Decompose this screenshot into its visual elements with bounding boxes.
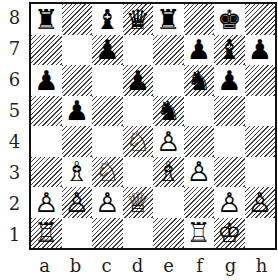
square-b4[interactable] (62, 126, 93, 157)
square-d2[interactable]: ♕ (123, 187, 154, 218)
piece-black-pawn: ♟ (187, 36, 211, 63)
piece-white-pawn: ♙ (217, 189, 241, 216)
square-a8[interactable]: ♜ (31, 4, 62, 35)
rank-label-8: 8 (0, 2, 29, 33)
square-h6[interactable] (245, 65, 276, 96)
square-a1[interactable]: ♖ (31, 218, 62, 249)
square-f1[interactable]: ♖ (184, 218, 215, 249)
file-label-a: a (29, 252, 60, 278)
square-f7[interactable]: ♟ (184, 35, 215, 66)
square-g2[interactable]: ♙ (214, 187, 245, 218)
piece-black-knight: ♞ (156, 97, 180, 124)
square-a7[interactable] (31, 35, 62, 66)
file-label-g: g (215, 252, 246, 278)
square-h8[interactable] (245, 4, 276, 35)
piece-black-pawn: ♟ (248, 36, 272, 63)
square-d5[interactable] (123, 96, 154, 127)
rank-label-6: 6 (0, 64, 29, 95)
square-a5[interactable] (31, 96, 62, 127)
piece-white-pawn: ♙ (248, 189, 272, 216)
piece-black-bishop: ♝ (95, 6, 119, 33)
chess-board: ♜♝♛♜♚♟♟♝♟♟♟♞♟♟♞♘♙♗♘♗♙♙♙♙♕♙♙♖♖♔ (29, 2, 277, 250)
piece-black-king: ♚ (217, 6, 241, 33)
square-a6[interactable]: ♟ (31, 65, 62, 96)
square-h4[interactable] (245, 126, 276, 157)
square-c8[interactable]: ♝ (92, 4, 123, 35)
piece-black-pawn: ♟ (65, 97, 89, 124)
rank-label-2: 2 (0, 188, 29, 219)
square-c4[interactable] (92, 126, 123, 157)
square-b5[interactable]: ♟ (62, 96, 93, 127)
square-h2[interactable]: ♙ (245, 187, 276, 218)
file-label-f: f (184, 252, 215, 278)
square-f3[interactable]: ♙ (184, 157, 215, 188)
piece-white-pawn: ♙ (156, 128, 180, 155)
square-b6[interactable] (62, 65, 93, 96)
rank-label-7: 7 (0, 33, 29, 64)
piece-white-queen: ♕ (126, 189, 150, 216)
square-h3[interactable] (245, 157, 276, 188)
square-g4[interactable] (214, 126, 245, 157)
square-g8[interactable]: ♚ (214, 4, 245, 35)
square-f8[interactable] (184, 4, 215, 35)
square-c5[interactable] (92, 96, 123, 127)
piece-black-pawn: ♟ (217, 67, 241, 94)
square-e4[interactable]: ♙ (153, 126, 184, 157)
square-b1[interactable] (62, 218, 93, 249)
square-g3[interactable] (214, 157, 245, 188)
square-b3[interactable]: ♗ (62, 157, 93, 188)
piece-white-rook: ♖ (187, 219, 211, 246)
square-d7[interactable] (123, 35, 154, 66)
square-f4[interactable] (184, 126, 215, 157)
square-e5[interactable]: ♞ (153, 96, 184, 127)
piece-white-king: ♔ (217, 219, 241, 246)
rank-label-1: 1 (0, 219, 29, 250)
piece-black-pawn: ♟ (34, 67, 58, 94)
file-label-d: d (122, 252, 153, 278)
square-d6[interactable]: ♟ (123, 65, 154, 96)
square-e3[interactable]: ♗ (153, 157, 184, 188)
square-a2[interactable]: ♙ (31, 187, 62, 218)
square-h5[interactable] (245, 96, 276, 127)
piece-black-pawn: ♟ (126, 67, 150, 94)
chess-diagram: 8 7 6 5 4 3 2 1 ♜♝♛♜♚♟♟♝♟♟♟♞♟♟♞♘♙♗♘♗♙♙♙♙… (0, 0, 278, 280)
piece-white-rook: ♖ (34, 219, 58, 246)
square-g6[interactable]: ♟ (214, 65, 245, 96)
piece-black-rook: ♜ (34, 6, 58, 33)
square-c6[interactable] (92, 65, 123, 96)
square-f5[interactable] (184, 96, 215, 127)
piece-white-pawn: ♙ (34, 189, 58, 216)
file-label-b: b (60, 252, 91, 278)
piece-black-knight: ♞ (187, 67, 211, 94)
piece-black-queen: ♛ (126, 6, 150, 33)
piece-white-pawn: ♙ (65, 189, 89, 216)
square-d4[interactable]: ♘ (123, 126, 154, 157)
square-a4[interactable] (31, 126, 62, 157)
piece-black-rook: ♜ (156, 6, 180, 33)
rank-labels: 8 7 6 5 4 3 2 1 (0, 2, 29, 250)
square-e8[interactable]: ♜ (153, 4, 184, 35)
rank-label-3: 3 (0, 157, 29, 188)
file-label-e: e (153, 252, 184, 278)
rank-label-5: 5 (0, 95, 29, 126)
square-h7[interactable]: ♟ (245, 35, 276, 66)
square-c3[interactable]: ♘ (92, 157, 123, 188)
square-c2[interactable]: ♙ (92, 187, 123, 218)
square-e6[interactable] (153, 65, 184, 96)
piece-white-bishop: ♗ (65, 158, 89, 185)
square-g1[interactable]: ♔ (214, 218, 245, 249)
square-c1[interactable] (92, 218, 123, 249)
file-label-c: c (91, 252, 122, 278)
file-labels: a b c d e f g h (29, 252, 277, 278)
square-a3[interactable] (31, 157, 62, 188)
piece-white-bishop: ♗ (156, 158, 180, 185)
piece-white-knight: ♘ (95, 158, 119, 185)
square-d3[interactable] (123, 157, 154, 188)
square-c7[interactable]: ♟ (92, 35, 123, 66)
square-f2[interactable] (184, 187, 215, 218)
square-g5[interactable] (214, 96, 245, 127)
square-e7[interactable] (153, 35, 184, 66)
rank-label-4: 4 (0, 126, 29, 157)
square-g7[interactable]: ♝ (214, 35, 245, 66)
piece-black-bishop: ♝ (217, 36, 241, 63)
piece-white-pawn: ♙ (187, 158, 211, 185)
square-d8[interactable]: ♛ (123, 4, 154, 35)
square-h1[interactable] (245, 218, 276, 249)
square-b2[interactable]: ♙ (62, 187, 93, 218)
piece-white-knight: ♘ (126, 128, 150, 155)
square-f6[interactable]: ♞ (184, 65, 215, 96)
piece-black-pawn: ♟ (95, 36, 119, 63)
square-d1[interactable] (123, 218, 154, 249)
square-e1[interactable] (153, 218, 184, 249)
file-label-h: h (246, 252, 277, 278)
square-e2[interactable] (153, 187, 184, 218)
piece-white-pawn: ♙ (95, 189, 119, 216)
square-b8[interactable] (62, 4, 93, 35)
square-b7[interactable] (62, 35, 93, 66)
